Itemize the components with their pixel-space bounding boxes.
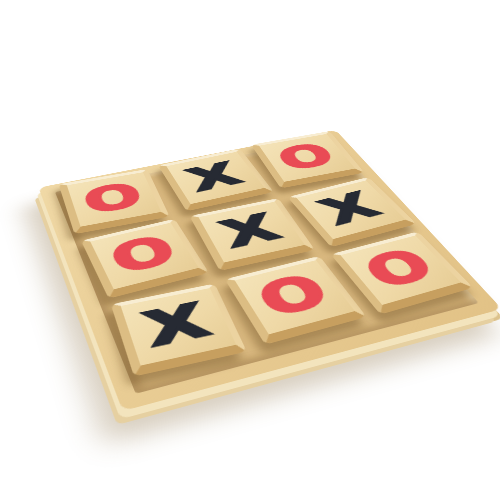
product-photo: O X O O bbox=[0, 0, 500, 500]
board-grid: O X O O bbox=[63, 142, 468, 386]
cell-r3c2[interactable]: O bbox=[225, 266, 364, 354]
piece-glyph: O bbox=[356, 244, 444, 296]
wood-tile: O bbox=[251, 131, 364, 188]
piece-glyph: X bbox=[215, 209, 287, 253]
piece-glyph: X bbox=[181, 158, 247, 196]
piece-glyph: O bbox=[250, 269, 337, 325]
cell-r3c1[interactable]: X bbox=[113, 291, 251, 386]
piece-glyph: X bbox=[139, 298, 216, 355]
piece-glyph: O bbox=[105, 230, 184, 280]
tictactoe-board: O X O O bbox=[38, 130, 500, 411]
board-tray: O X O O bbox=[55, 138, 479, 394]
piece-glyph: O bbox=[272, 139, 342, 175]
piece-glyph: X bbox=[313, 188, 388, 231]
piece-glyph: O bbox=[79, 178, 147, 219]
